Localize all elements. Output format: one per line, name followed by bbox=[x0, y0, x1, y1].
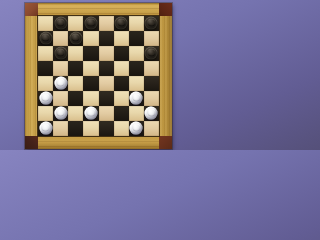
square-e5[interactable] bbox=[99, 61, 114, 76]
square-f2[interactable] bbox=[114, 106, 129, 121]
square-a4[interactable] bbox=[38, 76, 53, 91]
square-c6[interactable] bbox=[68, 46, 83, 61]
square-e7[interactable] bbox=[99, 31, 114, 46]
square-c1[interactable] bbox=[68, 121, 83, 136]
square-b2[interactable]: ⛀ bbox=[53, 106, 68, 121]
board-corner-top-right bbox=[159, 3, 172, 16]
square-f1[interactable] bbox=[114, 121, 129, 136]
white-piece[interactable]: ⛀ bbox=[130, 91, 143, 104]
board-frame-left bbox=[25, 3, 38, 149]
black-piece[interactable]: ⛂ bbox=[115, 16, 128, 29]
square-h7[interactable] bbox=[144, 31, 159, 46]
square-d8[interactable]: ⛂ bbox=[83, 16, 98, 31]
white-piece[interactable]: ⛀ bbox=[145, 106, 158, 119]
square-g8[interactable] bbox=[129, 16, 144, 31]
square-b4[interactable]: ⛀ bbox=[53, 76, 68, 91]
square-f6[interactable] bbox=[114, 46, 129, 61]
black-piece[interactable]: ⛂ bbox=[54, 46, 67, 59]
square-d3[interactable] bbox=[83, 91, 98, 106]
square-d4[interactable] bbox=[83, 76, 98, 91]
square-d7[interactable] bbox=[83, 31, 98, 46]
square-c5[interactable] bbox=[68, 61, 83, 76]
square-c7[interactable]: ⛂ bbox=[68, 31, 83, 46]
square-b7[interactable] bbox=[53, 31, 68, 46]
square-d1[interactable] bbox=[83, 121, 98, 136]
square-d6[interactable] bbox=[83, 46, 98, 61]
square-g6[interactable] bbox=[129, 46, 144, 61]
play-area: ⛂⛂⛂⛂⛂⛂⛂⛂⛀⛀⛀⛀⛀⛀⛀⛀ bbox=[38, 16, 159, 136]
square-g3[interactable]: ⛀ bbox=[129, 91, 144, 106]
square-f8[interactable]: ⛂ bbox=[114, 16, 129, 31]
square-g2[interactable] bbox=[129, 106, 144, 121]
square-e3[interactable] bbox=[99, 91, 114, 106]
square-a2[interactable] bbox=[38, 106, 53, 121]
white-piece[interactable]: ⛀ bbox=[54, 106, 67, 119]
black-piece[interactable]: ⛂ bbox=[39, 31, 52, 44]
board-corner-bottom-right bbox=[159, 136, 172, 149]
square-a6[interactable] bbox=[38, 46, 53, 61]
square-a8[interactable] bbox=[38, 16, 53, 31]
square-h2[interactable]: ⛀ bbox=[144, 106, 159, 121]
black-piece[interactable]: ⛂ bbox=[145, 16, 158, 29]
square-g7[interactable] bbox=[129, 31, 144, 46]
black-piece[interactable]: ⛂ bbox=[54, 16, 67, 29]
square-b8[interactable]: ⛂ bbox=[53, 16, 68, 31]
square-f5[interactable] bbox=[114, 61, 129, 76]
square-h8[interactable]: ⛂ bbox=[144, 16, 159, 31]
square-h6[interactable]: ⛂ bbox=[144, 46, 159, 61]
square-h5[interactable] bbox=[144, 61, 159, 76]
square-e2[interactable] bbox=[99, 106, 114, 121]
square-h4[interactable] bbox=[144, 76, 159, 91]
white-piece[interactable]: ⛀ bbox=[39, 121, 52, 134]
white-piece[interactable]: ⛀ bbox=[39, 91, 52, 104]
square-c2[interactable] bbox=[68, 106, 83, 121]
square-e4[interactable] bbox=[99, 76, 114, 91]
square-f7[interactable] bbox=[114, 31, 129, 46]
square-a3[interactable]: ⛀ bbox=[38, 91, 53, 106]
square-e1[interactable] bbox=[99, 121, 114, 136]
square-b6[interactable]: ⛂ bbox=[53, 46, 68, 61]
square-c4[interactable] bbox=[68, 76, 83, 91]
black-piece[interactable]: ⛂ bbox=[145, 46, 158, 59]
square-b3[interactable] bbox=[53, 91, 68, 106]
square-g4[interactable] bbox=[129, 76, 144, 91]
checkers-board: ⛂⛂⛂⛂⛂⛂⛂⛂⛀⛀⛀⛀⛀⛀⛀⛀ bbox=[25, 3, 172, 149]
square-e8[interactable] bbox=[99, 16, 114, 31]
square-b1[interactable] bbox=[53, 121, 68, 136]
square-d5[interactable] bbox=[83, 61, 98, 76]
square-a1[interactable]: ⛀ bbox=[38, 121, 53, 136]
square-g1[interactable]: ⛀ bbox=[129, 121, 144, 136]
white-piece[interactable]: ⛀ bbox=[54, 76, 67, 89]
black-piece[interactable]: ⛂ bbox=[84, 16, 97, 29]
square-e6[interactable] bbox=[99, 46, 114, 61]
square-d2[interactable]: ⛀ bbox=[83, 106, 98, 121]
square-a5[interactable] bbox=[38, 61, 53, 76]
square-h3[interactable] bbox=[144, 91, 159, 106]
square-c3[interactable] bbox=[68, 91, 83, 106]
square-h1[interactable] bbox=[144, 121, 159, 136]
square-f4[interactable] bbox=[114, 76, 129, 91]
square-b5[interactable] bbox=[53, 61, 68, 76]
square-a7[interactable]: ⛂ bbox=[38, 31, 53, 46]
black-piece[interactable]: ⛂ bbox=[69, 31, 82, 44]
board-corner-bottom-left bbox=[25, 136, 38, 149]
board-frame-right bbox=[159, 3, 172, 149]
board-corner-top-left bbox=[25, 3, 38, 16]
square-g5[interactable] bbox=[129, 61, 144, 76]
board-frame-top bbox=[25, 3, 172, 16]
square-c8[interactable] bbox=[68, 16, 83, 31]
board-frame-bottom bbox=[25, 136, 172, 149]
square-f3[interactable] bbox=[114, 91, 129, 106]
white-piece[interactable]: ⛀ bbox=[130, 121, 143, 134]
white-piece[interactable]: ⛀ bbox=[84, 106, 97, 119]
